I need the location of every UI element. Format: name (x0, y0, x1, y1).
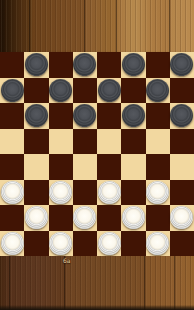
square-b5[interactable] (24, 129, 48, 155)
square-a6[interactable] (0, 103, 24, 129)
square-e4[interactable] (97, 154, 121, 180)
piece-dark[interactable] (25, 104, 48, 127)
square-b3[interactable] (24, 180, 48, 206)
square-b2[interactable] (24, 205, 48, 231)
square-e3[interactable] (97, 180, 121, 206)
square-d6[interactable] (73, 103, 97, 129)
piece-dark[interactable] (170, 53, 193, 76)
square-f2[interactable] (121, 205, 145, 231)
piece-light[interactable] (1, 232, 24, 255)
square-g5[interactable] (146, 129, 170, 155)
piece-light[interactable] (98, 232, 121, 255)
piece-dark[interactable] (98, 79, 121, 102)
square-d3[interactable] (73, 180, 97, 206)
square-e5[interactable] (97, 129, 121, 155)
piece-light[interactable] (25, 206, 48, 229)
square-f3[interactable] (121, 180, 145, 206)
square-h8[interactable] (170, 52, 194, 78)
square-e2[interactable] (97, 205, 121, 231)
square-c4[interactable] (49, 154, 73, 180)
bottom-edge-shadow (0, 305, 194, 310)
square-g6[interactable] (146, 103, 170, 129)
square-g8[interactable] (146, 52, 170, 78)
square-a4[interactable] (0, 154, 24, 180)
square-d2[interactable] (73, 205, 97, 231)
square-a7[interactable] (0, 78, 24, 104)
square-g1[interactable] (146, 231, 170, 257)
square-g7[interactable] (146, 78, 170, 104)
square-a3[interactable] (0, 180, 24, 206)
square-b4[interactable] (24, 154, 48, 180)
square-d8[interactable] (73, 52, 97, 78)
piece-light[interactable] (73, 206, 96, 229)
square-f8[interactable] (121, 52, 145, 78)
square-c2[interactable] (49, 205, 73, 231)
square-h7[interactable] (170, 78, 194, 104)
square-a2[interactable] (0, 205, 24, 231)
square-e6[interactable] (97, 103, 121, 129)
piece-light[interactable] (49, 181, 72, 204)
square-b6[interactable] (24, 103, 48, 129)
piece-light[interactable] (98, 181, 121, 204)
square-c8[interactable] (49, 52, 73, 78)
piece-dark[interactable] (146, 79, 169, 102)
board-bottom-label: 6a (63, 257, 71, 264)
square-h2[interactable] (170, 205, 194, 231)
piece-dark[interactable] (73, 104, 96, 127)
square-h3[interactable] (170, 180, 194, 206)
piece-dark[interactable] (122, 53, 145, 76)
square-f4[interactable] (121, 154, 145, 180)
piece-light[interactable] (170, 206, 193, 229)
piece-light[interactable] (49, 232, 72, 255)
piece-dark[interactable] (170, 104, 193, 127)
square-c7[interactable] (49, 78, 73, 104)
piece-dark[interactable] (1, 79, 24, 102)
square-c5[interactable] (49, 129, 73, 155)
piece-dark[interactable] (49, 79, 72, 102)
square-h4[interactable] (170, 154, 194, 180)
square-g2[interactable] (146, 205, 170, 231)
square-h5[interactable] (170, 129, 194, 155)
square-f5[interactable] (121, 129, 145, 155)
square-d1[interactable] (73, 231, 97, 257)
square-d7[interactable] (73, 78, 97, 104)
square-c6[interactable] (49, 103, 73, 129)
square-e8[interactable] (97, 52, 121, 78)
piece-light[interactable] (146, 181, 169, 204)
square-b8[interactable] (24, 52, 48, 78)
wood-background-top (0, 0, 194, 52)
square-b1[interactable] (24, 231, 48, 257)
square-a8[interactable] (0, 52, 24, 78)
square-f7[interactable] (121, 78, 145, 104)
piece-dark[interactable] (73, 53, 96, 76)
square-c3[interactable] (49, 180, 73, 206)
square-b7[interactable] (24, 78, 48, 104)
game-screen: 6a (0, 0, 194, 310)
square-f6[interactable] (121, 103, 145, 129)
square-h1[interactable] (170, 231, 194, 257)
piece-light[interactable] (1, 181, 24, 204)
square-e1[interactable] (97, 231, 121, 257)
wood-background-bottom (0, 256, 194, 310)
piece-dark[interactable] (25, 53, 48, 76)
piece-light[interactable] (122, 206, 145, 229)
square-d4[interactable] (73, 154, 97, 180)
piece-light[interactable] (146, 232, 169, 255)
square-a5[interactable] (0, 129, 24, 155)
square-d5[interactable] (73, 129, 97, 155)
square-e7[interactable] (97, 78, 121, 104)
square-h6[interactable] (170, 103, 194, 129)
checkers-board (0, 52, 194, 256)
square-g4[interactable] (146, 154, 170, 180)
square-g3[interactable] (146, 180, 170, 206)
square-c1[interactable] (49, 231, 73, 257)
square-a1[interactable] (0, 231, 24, 257)
piece-dark[interactable] (122, 104, 145, 127)
square-f1[interactable] (121, 231, 145, 257)
